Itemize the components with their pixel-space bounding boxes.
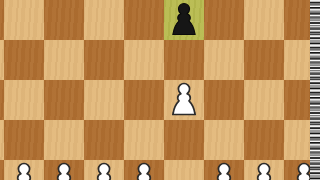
- square-r3c7[interactable]: [244, 120, 284, 160]
- square-r2c2[interactable]: [44, 80, 84, 120]
- square-r2c7[interactable]: [244, 80, 284, 120]
- square-r1c7[interactable]: [244, 40, 284, 80]
- white-pawn[interactable]: [4, 160, 44, 180]
- white-pawn[interactable]: [44, 160, 84, 180]
- square-r0c6[interactable]: [204, 0, 244, 40]
- square-r1c5[interactable]: [164, 40, 204, 80]
- black-pawn[interactable]: [164, 0, 204, 40]
- square-r0c3[interactable]: [84, 0, 124, 40]
- square-r0c4[interactable]: [124, 0, 164, 40]
- square-r3c4[interactable]: [124, 120, 164, 160]
- white-pawn[interactable]: [244, 160, 284, 180]
- video-static-noise: [310, 0, 320, 180]
- square-r4c2[interactable]: [44, 160, 84, 180]
- square-r1c4[interactable]: [124, 40, 164, 80]
- square-r0c2[interactable]: [44, 0, 84, 40]
- video-frame: [0, 0, 320, 180]
- square-r0c5[interactable]: [164, 0, 204, 40]
- square-r1c6[interactable]: [204, 40, 244, 80]
- square-r1c1[interactable]: [4, 40, 44, 80]
- square-r3c1[interactable]: [4, 120, 44, 160]
- white-pawn[interactable]: [124, 160, 164, 180]
- square-r2c4[interactable]: [124, 80, 164, 120]
- square-r4c3[interactable]: [84, 160, 124, 180]
- square-r2c1[interactable]: [4, 80, 44, 120]
- square-r4c6[interactable]: [204, 160, 244, 180]
- square-r3c2[interactable]: [44, 120, 84, 160]
- white-pawn[interactable]: [204, 160, 244, 180]
- square-r3c6[interactable]: [204, 120, 244, 160]
- chess-board: [0, 0, 320, 180]
- square-r4c7[interactable]: [244, 160, 284, 180]
- square-r1c3[interactable]: [84, 40, 124, 80]
- square-r4c4[interactable]: [124, 160, 164, 180]
- square-r3c5[interactable]: [164, 120, 204, 160]
- square-r4c1[interactable]: [4, 160, 44, 180]
- square-r3c3[interactable]: [84, 120, 124, 160]
- square-r4c5[interactable]: [164, 160, 204, 180]
- white-pawn[interactable]: [164, 80, 204, 120]
- square-r2c6[interactable]: [204, 80, 244, 120]
- square-r1c2[interactable]: [44, 40, 84, 80]
- square-r2c3[interactable]: [84, 80, 124, 120]
- white-pawn[interactable]: [84, 160, 124, 180]
- square-r0c7[interactable]: [244, 0, 284, 40]
- square-r0c1[interactable]: [4, 0, 44, 40]
- square-r2c5[interactable]: [164, 80, 204, 120]
